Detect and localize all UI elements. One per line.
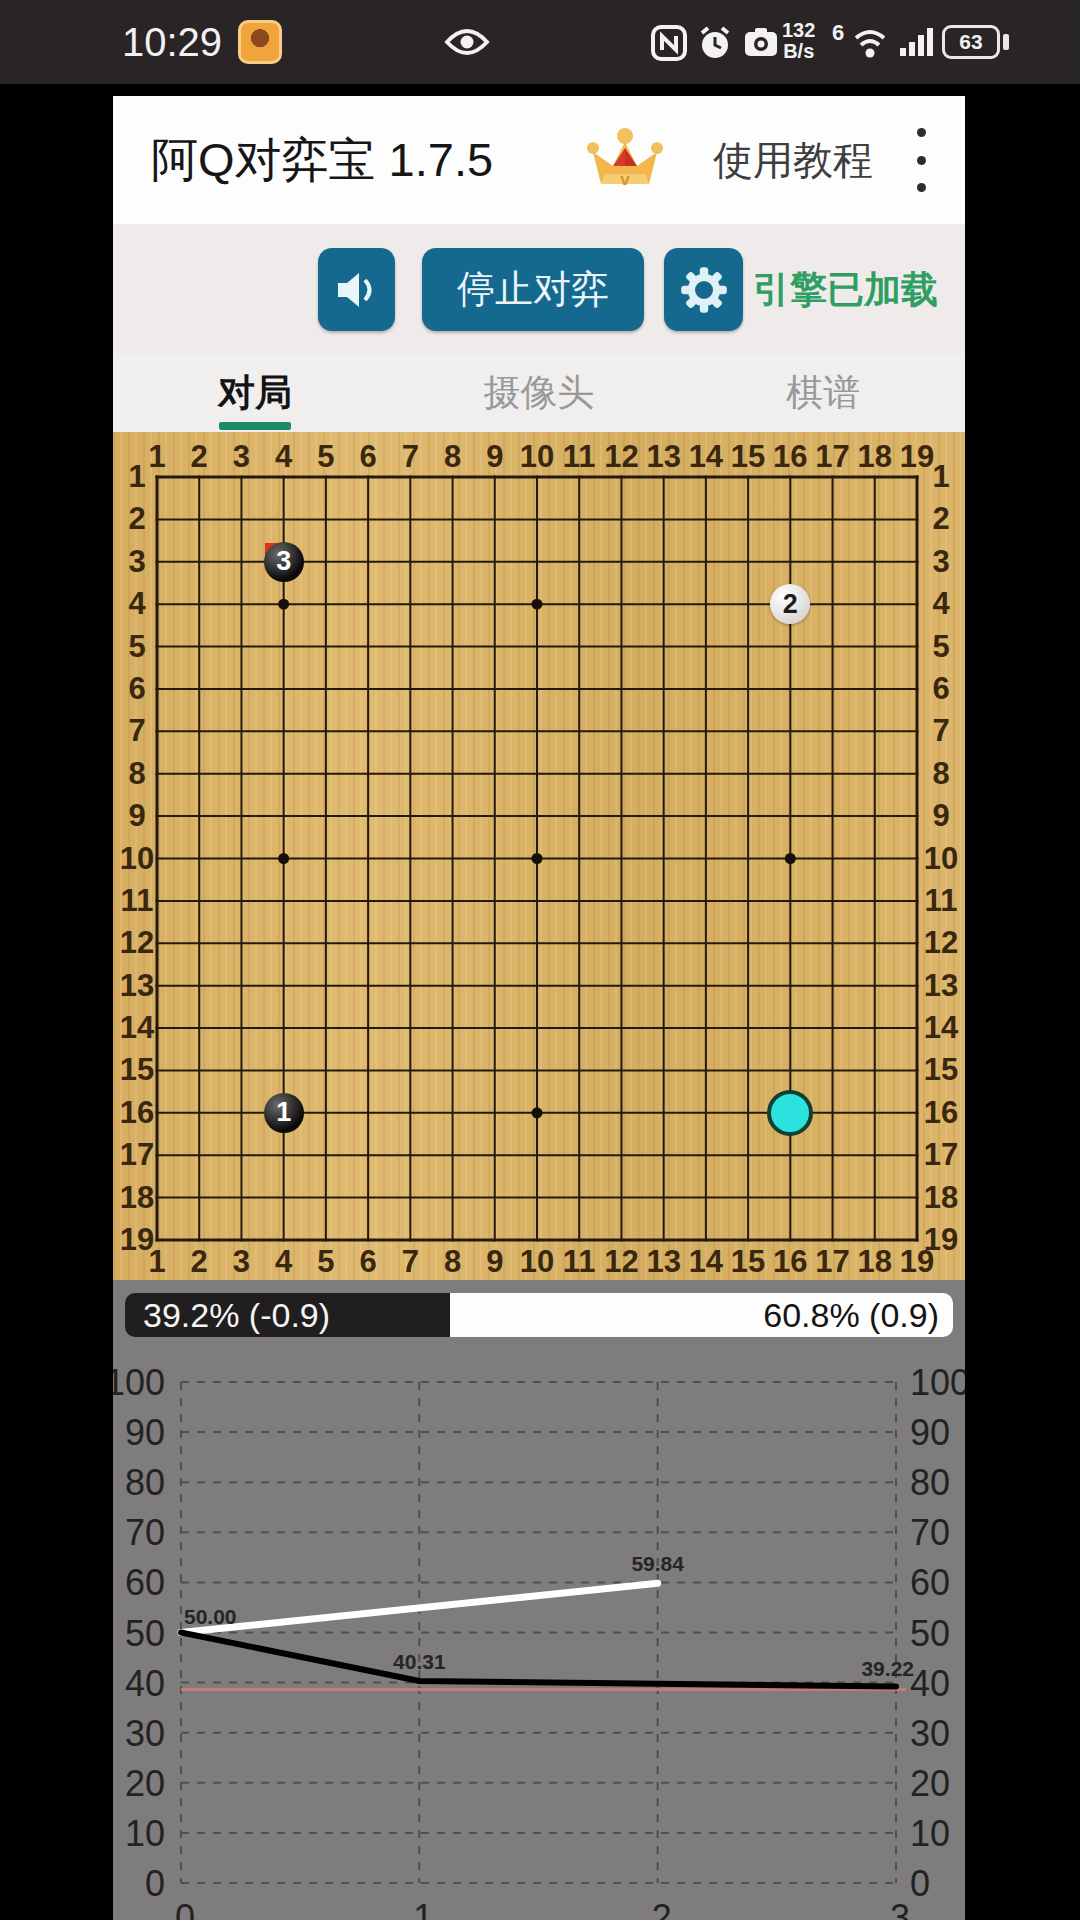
move-number: 3 — [276, 548, 291, 575]
svg-text:v: v — [620, 170, 630, 189]
gear-icon — [680, 266, 728, 314]
svg-text:20: 20 — [910, 1763, 950, 1804]
signal-icon — [898, 24, 938, 58]
svg-text:10: 10 — [910, 1813, 950, 1854]
nfc-icon — [650, 24, 688, 62]
analysis-section: 39.2% (-0.9) 60.8% (0.9) 001010202030304… — [113, 1280, 965, 1920]
battery-nub — [1003, 34, 1009, 50]
svg-text:50: 50 — [125, 1613, 165, 1654]
tab-kifu[interactable]: 棋谱 — [681, 354, 965, 432]
tutorial-link[interactable]: 使用教程 — [713, 133, 873, 188]
move-number: 1 — [276, 1099, 291, 1126]
svg-text:40: 40 — [910, 1663, 950, 1704]
camera-icon — [742, 24, 780, 62]
battery-icon: 63 — [942, 25, 1000, 59]
clock-time: 10:29 — [122, 20, 222, 65]
svg-text:40.31: 40.31 — [393, 1650, 446, 1673]
svg-text:3: 3 — [890, 1897, 910, 1920]
winrate-chart: 0010102020303040405050606070708080909010… — [113, 1280, 965, 1920]
app-title: 阿Q对弈宝 1.7.5 — [151, 129, 493, 192]
svg-text:59.84: 59.84 — [631, 1552, 684, 1575]
stone-black-move-1[interactable]: 1 — [264, 1093, 304, 1133]
tab-camera[interactable]: 摄像头 — [397, 354, 681, 432]
svg-text:80: 80 — [125, 1462, 165, 1503]
tab-game[interactable]: 对局 — [113, 354, 397, 432]
app-chip-icon — [238, 20, 282, 64]
svg-text:30: 30 — [910, 1713, 950, 1754]
svg-text:90: 90 — [125, 1412, 165, 1453]
svg-text:70: 70 — [910, 1512, 950, 1553]
svg-text:0: 0 — [145, 1863, 165, 1904]
svg-text:60: 60 — [125, 1562, 165, 1603]
wifi-icon — [850, 24, 894, 60]
svg-text:100: 100 — [113, 1362, 165, 1403]
svg-text:0: 0 — [175, 1897, 195, 1920]
engine-status: 引擎已加载 — [753, 248, 938, 331]
stone-white-move-2[interactable]: 2 — [770, 584, 810, 624]
network-speed: 132 B/s — [782, 20, 815, 62]
stop-game-label: 停止对弈 — [457, 264, 609, 315]
svg-text:50: 50 — [910, 1613, 950, 1654]
stone-black-move-3[interactable]: 3 — [264, 542, 304, 582]
svg-text:20: 20 — [125, 1763, 165, 1804]
svg-text:60: 60 — [910, 1562, 950, 1603]
ai-suggested-move[interactable] — [767, 1090, 813, 1136]
go-board[interactable]: 1111222233334444555566667777888899991010… — [113, 432, 965, 1280]
svg-text:30: 30 — [125, 1713, 165, 1754]
app-window: 阿Q对弈宝 1.7.5 v 使用教程 停止对弈 — [113, 96, 965, 1920]
svg-text:0: 0 — [910, 1863, 930, 1904]
svg-text:40: 40 — [125, 1663, 165, 1704]
alarm-icon — [696, 24, 734, 62]
svg-text:2: 2 — [652, 1897, 672, 1920]
title-bar: 阿Q对弈宝 1.7.5 v 使用教程 — [113, 96, 965, 225]
svg-text:70: 70 — [125, 1512, 165, 1553]
move-number: 2 — [783, 591, 798, 618]
svg-text:1: 1 — [413, 1897, 433, 1920]
svg-text:50.00: 50.00 — [184, 1605, 237, 1628]
tab-bar: 对局 摄像头 棋谱 — [113, 354, 965, 432]
stop-game-button[interactable]: 停止对弈 — [422, 248, 644, 331]
svg-text:39.22: 39.22 — [861, 1657, 914, 1680]
status-bar: 10:29 132 B/s 6 63 — [0, 0, 1080, 84]
eye-icon — [444, 26, 490, 58]
svg-text:100: 100 — [910, 1362, 965, 1403]
svg-text:80: 80 — [910, 1462, 950, 1503]
speaker-icon — [334, 269, 380, 311]
wifi-generation-label: 6 — [832, 20, 844, 46]
active-tab-underline — [219, 422, 291, 430]
toolbar: 停止对弈 引擎已加载 — [113, 224, 965, 354]
stone-grid: 123 — [136, 456, 938, 1261]
svg-text:90: 90 — [910, 1412, 950, 1453]
settings-button[interactable] — [664, 248, 743, 331]
vip-crown-icon[interactable]: v — [583, 126, 667, 194]
speaker-button[interactable] — [318, 248, 395, 331]
kebab-menu-icon[interactable] — [909, 128, 933, 192]
svg-text:10: 10 — [125, 1813, 165, 1854]
